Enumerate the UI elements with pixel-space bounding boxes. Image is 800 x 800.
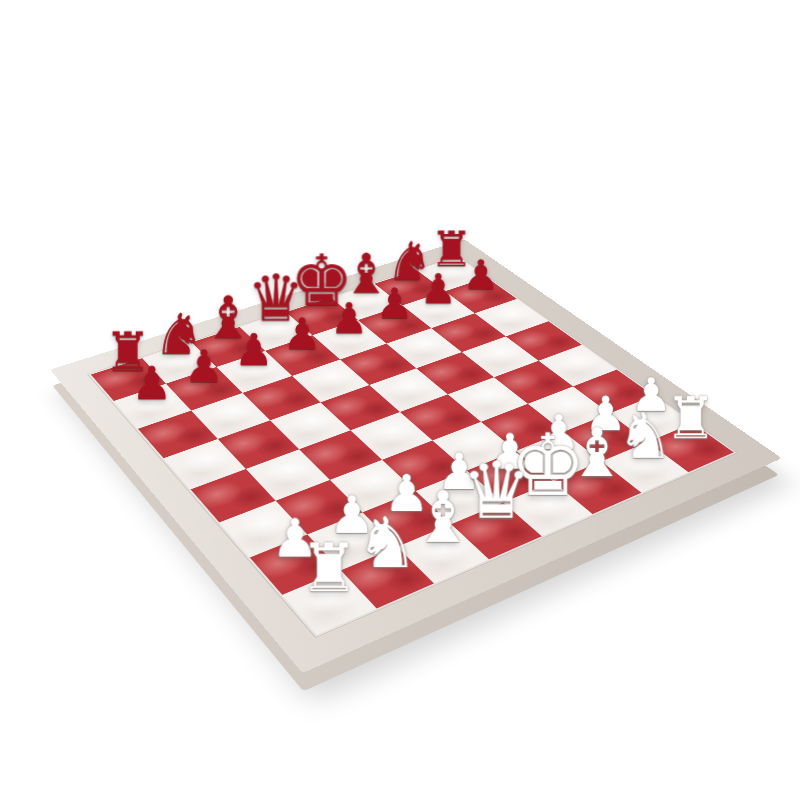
rook-glyph: ♜ <box>299 535 359 602</box>
board-square[interactable] <box>138 411 218 459</box>
board-square[interactable] <box>218 420 299 469</box>
knight-glyph: ♞ <box>356 507 419 577</box>
piece-white-rook[interactable]: ♜ <box>295 502 364 602</box>
board-frame: ♜♞♟♝♟♚♟♛♟♝♟♞♟♟♜♟♟♜♟♟♞♟♝♟♚♟♛♟♝♟♞♜ <box>50 239 782 673</box>
chess-set-photo: ♜♞♟♝♟♚♟♛♟♝♟♞♟♟♜♟♟♜♟♟♞♟♝♟♚♟♛♟♝♟♞♜ <box>0 0 800 800</box>
board-square[interactable] <box>164 439 246 489</box>
